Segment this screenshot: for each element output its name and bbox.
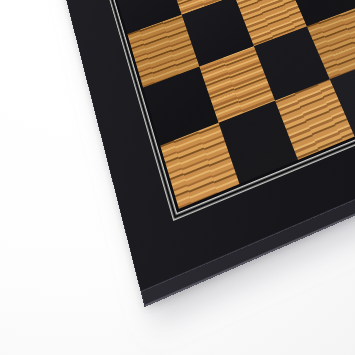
product-photo-stage — [0, 0, 355, 355]
playing-field — [64, 0, 355, 209]
